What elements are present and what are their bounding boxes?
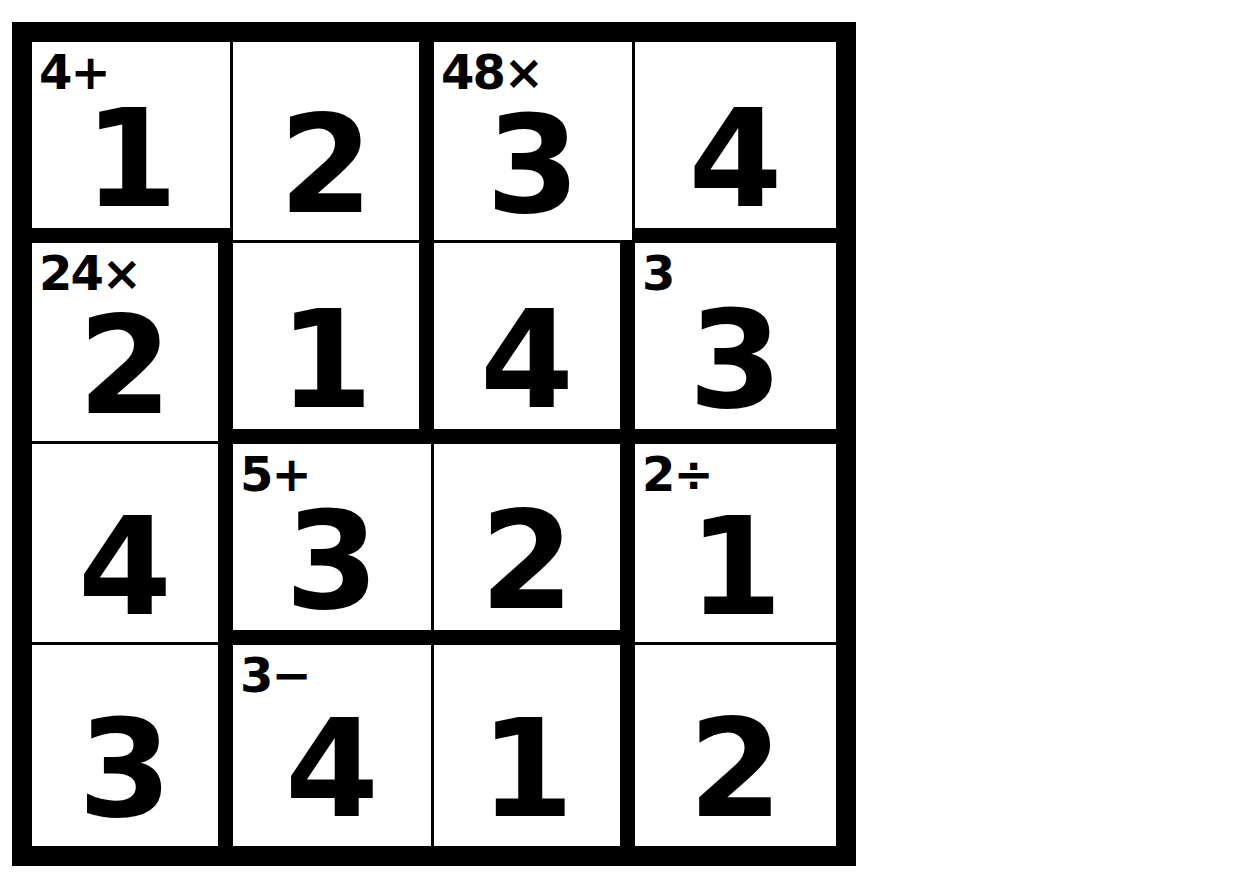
cell-r4c4[interactable]: 2 xyxy=(635,645,836,846)
cell-value: 3 xyxy=(635,243,836,429)
cell-value: 1 xyxy=(233,243,419,429)
cell-r3c1[interactable]: 4 xyxy=(32,444,233,645)
cell-value: 2 xyxy=(434,444,620,630)
cell-value: 4 xyxy=(635,42,836,228)
cell-value: 4 xyxy=(233,645,431,846)
cell-value: 1 xyxy=(434,645,620,846)
cell-r3c4[interactable]: 2÷1 xyxy=(635,444,836,645)
cell-r1c2[interactable]: 2 xyxy=(233,42,434,243)
cell-value: 3 xyxy=(434,42,632,240)
cell-r2c4[interactable]: 33 xyxy=(635,243,836,444)
cell-r4c3[interactable]: 1 xyxy=(434,645,635,846)
cell-value: 1 xyxy=(32,42,230,228)
cell-r3c3[interactable]: 2 xyxy=(434,444,635,645)
cell-value: 4 xyxy=(434,243,620,429)
cell-r3c2[interactable]: 5+3 xyxy=(233,444,434,645)
cell-r1c1[interactable]: 4+1 xyxy=(32,42,233,243)
cell-r2c1[interactable]: 24×2 xyxy=(32,243,233,444)
cell-value: 2 xyxy=(635,645,836,846)
kenken-board: 4+1248×3424×2143345+322÷133−412 xyxy=(12,22,856,866)
page: 4+1248×3424×2143345+322÷133−412 xyxy=(0,0,1242,887)
cell-value: 2 xyxy=(233,42,419,240)
cell-value: 1 xyxy=(635,444,836,642)
cell-value: 3 xyxy=(233,444,431,630)
cell-value: 4 xyxy=(32,444,218,642)
cell-r2c3[interactable]: 4 xyxy=(434,243,635,444)
cell-r1c3[interactable]: 48×3 xyxy=(434,42,635,243)
cell-r1c4[interactable]: 4 xyxy=(635,42,836,243)
cell-r4c2[interactable]: 3−4 xyxy=(233,645,434,846)
cell-value: 3 xyxy=(32,645,218,846)
cell-r4c1[interactable]: 3 xyxy=(32,645,233,846)
cell-value: 2 xyxy=(32,243,218,441)
cell-r2c2[interactable]: 1 xyxy=(233,243,434,444)
